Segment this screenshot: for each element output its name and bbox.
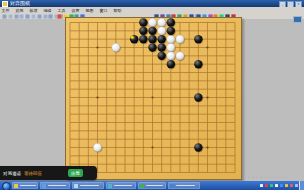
notification-toast[interactable]: 对局邀请 等待回应 接受 (0, 166, 97, 180)
star-point (206, 96, 208, 98)
tray-icon[interactable] (270, 184, 273, 187)
docked-panel-tab[interactable] (293, 16, 302, 23)
white-stone (112, 43, 120, 51)
black-stone (139, 27, 147, 35)
white-stone (167, 52, 175, 60)
tray-icon[interactable] (295, 184, 298, 187)
show-desktop-button[interactable] (299, 181, 304, 190)
star-point (96, 96, 98, 98)
white-stone (148, 18, 156, 26)
toolbar-icon[interactable] (19, 14, 24, 19)
black-stone (157, 52, 165, 60)
menu-item-3[interactable]: 编辑 (42, 8, 53, 12)
black-stone (194, 60, 202, 68)
white-stone (176, 52, 184, 60)
taskbar-app-icon (42, 184, 46, 188)
black-stone (148, 43, 156, 51)
system-tray (260, 184, 298, 187)
toolbar-icon[interactable] (8, 14, 13, 19)
star-point (96, 46, 98, 48)
white-stone (157, 27, 165, 35)
tray-icon[interactable] (260, 184, 263, 187)
tray-icon[interactable] (280, 184, 283, 187)
white-stone (167, 35, 175, 43)
taskbar-app-icon (14, 184, 18, 188)
black-stone (157, 35, 165, 43)
toast-highlight: 等待回应 (24, 171, 42, 176)
toolbar-icon[interactable] (57, 14, 62, 19)
black-stone (194, 143, 202, 151)
toast-message: 对局邀请 (3, 171, 21, 176)
toolbar-icon[interactable] (14, 14, 19, 19)
taskbar-app-icon (108, 184, 112, 188)
black-stone (139, 35, 147, 43)
go-board[interactable] (65, 17, 242, 180)
tray-icon[interactable] (265, 184, 268, 187)
taskbar-window-button-4[interactable] (138, 182, 166, 189)
taskbar-window-button-3[interactable] (106, 182, 136, 189)
menu-item-5[interactable]: 设置 (70, 8, 81, 12)
white-stone (176, 35, 184, 43)
toolbar-icon[interactable] (48, 14, 53, 19)
toolbar-icon[interactable] (25, 14, 30, 19)
star-point (206, 46, 208, 48)
title-bar: 对弈围棋 (0, 0, 304, 7)
taskbar (0, 181, 304, 190)
black-stone (194, 35, 202, 43)
black-stone (157, 43, 165, 51)
taskbar-app-icon (140, 184, 144, 188)
menu-item-6[interactable]: 视图 (84, 8, 95, 12)
taskbar-window-button-0[interactable] (12, 182, 38, 189)
taskbar-window-button-1[interactable] (40, 182, 70, 189)
menu-item-7[interactable]: 窗口 (98, 8, 109, 12)
taskbar-window-button-2[interactable] (72, 182, 104, 189)
black-stone (148, 35, 156, 43)
go-board-grid[interactable] (66, 18, 241, 179)
taskbar-app-icon (170, 184, 174, 188)
app-icon (2, 1, 8, 7)
tray-icon[interactable] (290, 184, 293, 187)
black-stone (194, 93, 202, 101)
black-stone (167, 60, 175, 68)
black-stone (167, 27, 175, 35)
tray-icon[interactable] (275, 184, 278, 187)
menu-item-8[interactable]: 帮助 (112, 8, 123, 12)
desktop-client-area: · · · · · · · · · · (0, 19, 304, 181)
start-button[interactable] (2, 182, 11, 190)
menu-item-1[interactable]: 对局 (14, 8, 25, 12)
star-point (151, 146, 153, 148)
toolbar-icon[interactable] (2, 14, 7, 19)
toolbar-icon[interactable] (37, 14, 42, 19)
white-stone (157, 18, 165, 26)
black-stone (167, 18, 175, 26)
white-stone (167, 43, 175, 51)
desktop-status-text: · · · · · · · · · · (248, 176, 287, 180)
star-point (206, 146, 208, 148)
taskbar-app-icon (74, 184, 78, 188)
window-title: 对弈围棋 (10, 1, 30, 6)
toolbar-icon[interactable] (43, 14, 48, 19)
toast-accept-button[interactable]: 接受 (68, 169, 83, 177)
tray-icon[interactable] (285, 184, 288, 187)
star-point (151, 96, 153, 98)
last-move-marker (131, 36, 134, 39)
taskbar-window-button-5[interactable] (168, 182, 200, 189)
black-stone (148, 27, 156, 35)
menu-item-4[interactable]: 工具 (56, 8, 67, 12)
menu-item-2[interactable]: 棋谱 (28, 8, 39, 12)
toolbar-icon[interactable] (31, 14, 36, 19)
white-stone (93, 143, 101, 151)
taskbar-buttons (12, 182, 200, 189)
menu-item-0[interactable]: 文件 (0, 8, 11, 12)
black-stone (139, 18, 147, 26)
toolbar-group-file (2, 14, 65, 19)
